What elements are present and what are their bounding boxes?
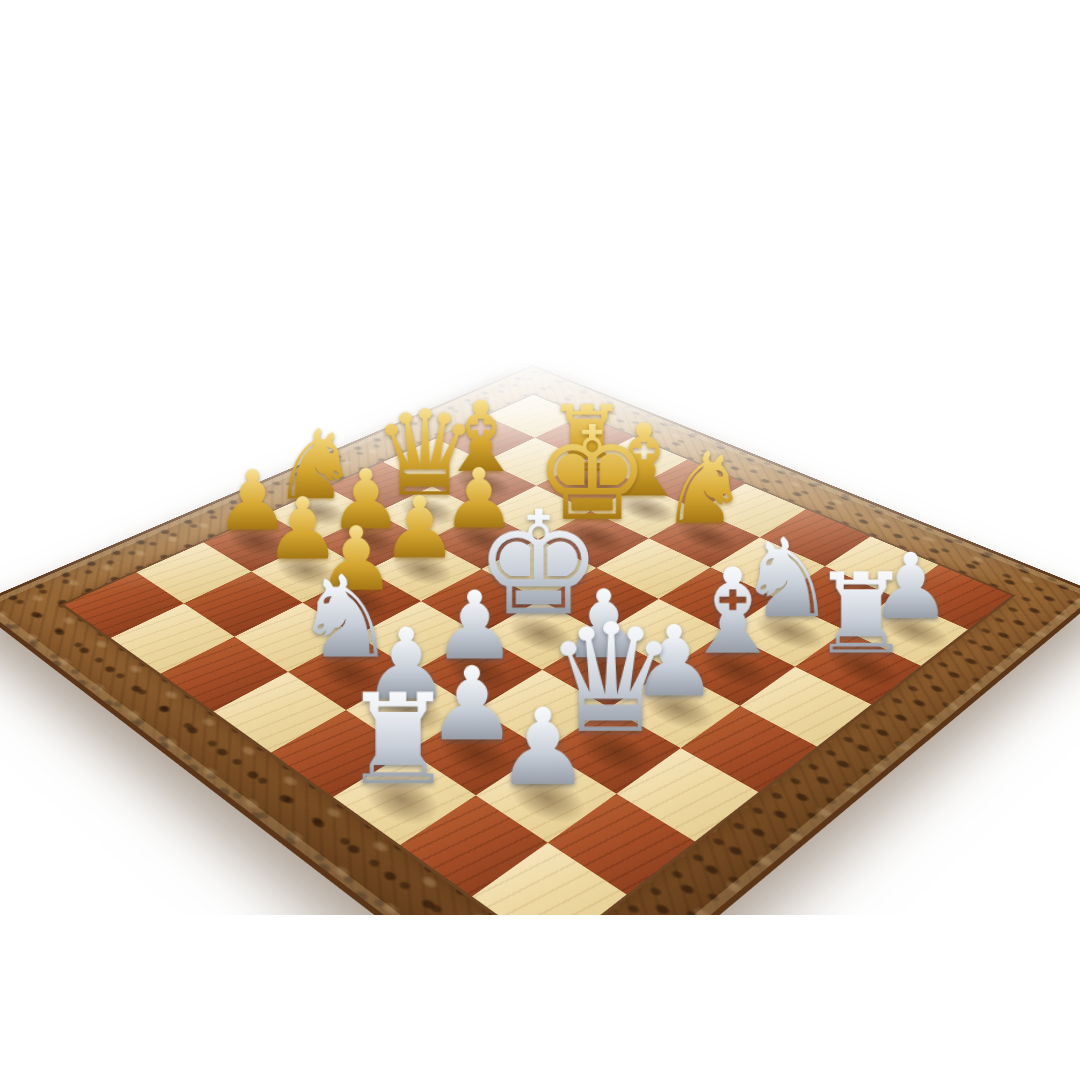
photo-crop-bottom — [0, 915, 1080, 1080]
product-photo: ♜♝♝♛♞♞♚♟♟♟♟♟♟♟♞♚♜♝♟♟♞♟♟♛♟♟♜ — [0, 0, 1080, 1080]
piece-glyph: ♜ — [273, 676, 524, 801]
